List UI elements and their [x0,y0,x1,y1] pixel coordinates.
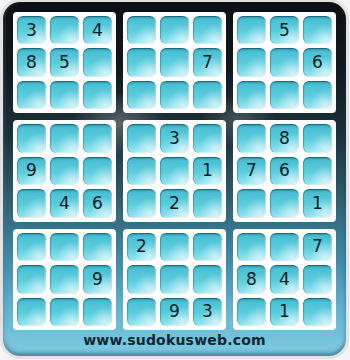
cell-r4c3[interactable] [83,124,112,152]
sudoku-board: 3485756946312876192937841 [13,12,336,330]
cell-r7c6[interactable] [193,233,222,261]
cell-r9c8: 1 [270,298,299,326]
cell-r9c9[interactable] [303,298,332,326]
cell-r2c1: 8 [17,48,46,76]
cell-r5c4[interactable] [127,157,156,185]
cell-r7c9: 7 [303,233,332,261]
cell-r4c4[interactable] [127,124,156,152]
cell-r8c9[interactable] [303,265,332,293]
cell-r3c8[interactable] [270,81,299,109]
sudoku-screenshot: 3485756946312876192937841 www.sudokusweb… [0,0,350,360]
cell-r5c7: 7 [237,157,266,185]
cell-r1c1: 3 [17,16,46,44]
cell-r6c2: 4 [50,189,79,217]
subgrid-6: 8761 [233,120,336,221]
cell-r9c7[interactable] [237,298,266,326]
cell-r8c4[interactable] [127,265,156,293]
cell-r1c6[interactable] [193,16,222,44]
cell-r2c9: 6 [303,48,332,76]
cell-r7c8[interactable] [270,233,299,261]
cell-r4c8: 8 [270,124,299,152]
cell-r2c2: 5 [50,48,79,76]
cell-r9c2[interactable] [50,298,79,326]
cell-r3c3[interactable] [83,81,112,109]
board-frame: 3485756946312876192937841 www.sudokusweb… [3,2,346,356]
cell-r2c7[interactable] [237,48,266,76]
cell-r3c7[interactable] [237,81,266,109]
cell-r9c5: 9 [160,298,189,326]
cell-r9c4[interactable] [127,298,156,326]
cell-r5c1: 9 [17,157,46,185]
cell-r2c6: 7 [193,48,222,76]
cell-r5c2[interactable] [50,157,79,185]
cell-r8c5[interactable] [160,265,189,293]
cell-r6c8[interactable] [270,189,299,217]
cell-r9c1[interactable] [17,298,46,326]
cell-r3c1[interactable] [17,81,46,109]
subgrid-1: 3485 [13,12,116,113]
cell-r8c3: 9 [83,265,112,293]
site-link[interactable]: www.sudokusweb.com [83,332,266,348]
cell-r6c3: 6 [83,189,112,217]
cell-r1c5[interactable] [160,16,189,44]
cell-r7c1[interactable] [17,233,46,261]
cell-r6c4[interactable] [127,189,156,217]
subgrid-3: 56 [233,12,336,113]
cell-r3c6[interactable] [193,81,222,109]
cell-r5c3[interactable] [83,157,112,185]
cell-r6c7[interactable] [237,189,266,217]
cell-r1c9[interactable] [303,16,332,44]
cell-r6c5: 2 [160,189,189,217]
cell-r3c4[interactable] [127,81,156,109]
cell-r2c8[interactable] [270,48,299,76]
cell-r8c7: 8 [237,265,266,293]
cell-r4c7[interactable] [237,124,266,152]
cell-r2c5[interactable] [160,48,189,76]
subgrid-7: 9 [13,229,116,330]
cell-r5c8: 6 [270,157,299,185]
cell-r1c3: 4 [83,16,112,44]
cell-r3c9[interactable] [303,81,332,109]
cell-r1c7[interactable] [237,16,266,44]
cell-r2c3[interactable] [83,48,112,76]
cell-r4c5: 3 [160,124,189,152]
cell-r7c5[interactable] [160,233,189,261]
subgrid-8: 293 [123,229,226,330]
cell-r8c6[interactable] [193,265,222,293]
cell-r1c8: 5 [270,16,299,44]
cell-r5c6: 1 [193,157,222,185]
subgrid-9: 7841 [233,229,336,330]
cell-r3c5[interactable] [160,81,189,109]
cell-r3c2[interactable] [50,81,79,109]
cell-r1c2[interactable] [50,16,79,44]
subgrid-5: 312 [123,120,226,221]
cell-r2c4[interactable] [127,48,156,76]
subgrid-4: 946 [13,120,116,221]
cell-r7c7[interactable] [237,233,266,261]
cell-r8c2[interactable] [50,265,79,293]
cell-r1c4[interactable] [127,16,156,44]
cell-r8c8: 4 [270,265,299,293]
cell-r9c3[interactable] [83,298,112,326]
cell-r6c6[interactable] [193,189,222,217]
cell-r8c1[interactable] [17,265,46,293]
cell-r6c1[interactable] [17,189,46,217]
cell-r7c3[interactable] [83,233,112,261]
cell-r6c9: 1 [303,189,332,217]
cell-r5c5[interactable] [160,157,189,185]
cell-r4c2[interactable] [50,124,79,152]
cell-r4c1[interactable] [17,124,46,152]
cell-r4c6[interactable] [193,124,222,152]
cell-r7c2[interactable] [50,233,79,261]
cell-r9c6: 3 [193,298,222,326]
cell-r5c9[interactable] [303,157,332,185]
cell-r7c4: 2 [127,233,156,261]
cell-r4c9[interactable] [303,124,332,152]
footer-bar: www.sudokusweb.com [13,330,336,350]
subgrid-2: 7 [123,12,226,113]
